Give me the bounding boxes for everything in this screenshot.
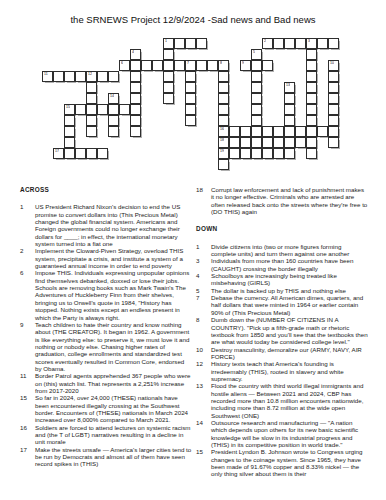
- across-clue-list-continued: 18Corrupt law enforcement and lack of pu…: [196, 186, 368, 215]
- grid-cell[interactable]: [251, 60, 262, 71]
- down-clue-list: 1Divide citizens into (two or more figur…: [196, 243, 368, 478]
- grid-cell[interactable]: [163, 82, 174, 93]
- clue-item-number: 17: [20, 446, 35, 468]
- clue-number-label: 9: [242, 61, 244, 65]
- clue-item-number: 15: [196, 448, 211, 477]
- grid-cell[interactable]: [284, 137, 295, 148]
- clue-item-number: 1: [196, 243, 211, 258]
- clue-item-text: History texts teach that America's found…: [211, 360, 368, 382]
- grid-cell[interactable]: [130, 93, 141, 104]
- grid-cell[interactable]: [306, 60, 317, 71]
- clue-item-text: Implement the Cloward-Piven Strategy, ov…: [35, 247, 192, 269]
- clue-item: 10Destroy masculinity, demoralize our (A…: [196, 346, 368, 361]
- clue-number-label: 10: [330, 61, 334, 65]
- grid-cell[interactable]: 13: [284, 82, 295, 93]
- clue-item: 4Schoolboys are increasingly being treat…: [196, 272, 368, 287]
- grid-cell[interactable]: [218, 71, 229, 82]
- clue-item-number: 7: [196, 294, 211, 316]
- grid-cell[interactable]: [262, 137, 273, 148]
- clue-item-number: 14: [196, 419, 211, 448]
- grid-cell[interactable]: [130, 82, 141, 93]
- grid-cell[interactable]: [284, 93, 295, 104]
- grid-cell[interactable]: [196, 60, 207, 71]
- grid-cell[interactable]: [75, 148, 86, 159]
- page-title: the SRNEWS Project 12/9/2024 -Sad news a…: [0, 14, 386, 25]
- grid-cell[interactable]: [317, 126, 328, 137]
- grid-cell[interactable]: [218, 159, 229, 170]
- grid-cell[interactable]: [108, 115, 119, 126]
- clue-item-text: Divide citizens into (two or more figure…: [211, 243, 368, 258]
- grid-cell[interactable]: [64, 148, 75, 159]
- grid-cell[interactable]: [262, 60, 273, 71]
- grid-cell[interactable]: [328, 137, 339, 148]
- grid-cell[interactable]: [97, 104, 108, 115]
- grid-cell[interactable]: [196, 38, 207, 49]
- grid-cell[interactable]: [306, 137, 317, 148]
- clue-item: 1Divide citizens into (two or more figur…: [196, 243, 368, 258]
- grid-cell[interactable]: 16: [218, 126, 229, 137]
- grid-cell[interactable]: [108, 126, 119, 137]
- clue-item-text: Debase the currency. All American dimes,…: [211, 294, 368, 316]
- across-clues-column: ACROSS 1US President Richard Nixon's dec…: [20, 186, 192, 468]
- grid-cell[interactable]: [317, 38, 328, 49]
- clue-item-number: 16: [20, 424, 35, 446]
- grid-cell[interactable]: [218, 115, 229, 126]
- grid-cell[interactable]: 14: [108, 93, 119, 104]
- clue-item: 1US President Richard Nixon's decision t…: [20, 203, 192, 247]
- clue-item: 17Make the streets unsafe — America's la…: [20, 446, 192, 468]
- clue-item: 5The dollar is backed up by THIS and not…: [196, 287, 368, 294]
- grid-cell[interactable]: [64, 126, 75, 137]
- clue-item-number: 6: [20, 269, 35, 320]
- grid-cell[interactable]: [163, 93, 174, 104]
- grid-cell[interactable]: [240, 137, 251, 148]
- clue-number-label: 14: [110, 94, 114, 98]
- clue-item-number: 3: [196, 257, 211, 272]
- clue-item-text: Corrupt law enforcement and lack of puni…: [211, 186, 368, 215]
- grid-cell[interactable]: 2: [262, 38, 273, 49]
- grid-cell[interactable]: 15: [64, 104, 75, 115]
- clue-item: 11Border Patrol agents apprehended 367 p…: [20, 372, 192, 394]
- grid-cell[interactable]: [328, 126, 339, 137]
- clue-number-label: 17: [55, 149, 59, 153]
- clue-item: 9Teach children to hate their country an…: [20, 321, 192, 372]
- grid-cell[interactable]: 12: [86, 71, 97, 82]
- grid-cell[interactable]: [328, 115, 339, 126]
- grid-cell[interactable]: [251, 126, 262, 137]
- grid-cell[interactable]: [306, 93, 317, 104]
- grid-cell[interactable]: [97, 71, 108, 82]
- grid-cell[interactable]: [174, 60, 185, 71]
- clue-number-label: 3: [308, 39, 310, 43]
- clue-number-label: 2: [264, 39, 266, 43]
- grid-cell[interactable]: [284, 38, 295, 49]
- grid-cell[interactable]: [273, 137, 284, 148]
- grid-cell[interactable]: [306, 71, 317, 82]
- clue-item: 6Impose THIS. Individuals expressing unp…: [20, 269, 192, 320]
- grid-cell[interactable]: [141, 60, 152, 71]
- grid-cell[interactable]: [251, 104, 262, 115]
- clue-item: 15So far in 2024, over 24,000 (THESE) na…: [20, 394, 192, 423]
- grid-cell[interactable]: [251, 82, 262, 93]
- grid-cell[interactable]: [185, 71, 196, 82]
- grid-cell[interactable]: [273, 126, 284, 137]
- grid-cell[interactable]: [163, 49, 174, 60]
- grid-cell[interactable]: [251, 93, 262, 104]
- grid-cell[interactable]: [306, 148, 317, 159]
- grid-cell[interactable]: 11: [42, 71, 53, 82]
- grid-cell[interactable]: [240, 126, 251, 137]
- grid-cell[interactable]: 3: [306, 38, 317, 49]
- grid-cell[interactable]: [86, 126, 97, 137]
- clue-item-text: Schoolboys are increasingly being treate…: [211, 272, 368, 287]
- grid-cell[interactable]: [284, 148, 295, 159]
- grid-cell[interactable]: [306, 82, 317, 93]
- clue-item-number: 1: [20, 203, 35, 247]
- clue-item: 15President Lyndon B. Johnson wrote to C…: [196, 448, 368, 477]
- grid-cell[interactable]: 5: [251, 49, 262, 60]
- crossword-grid[interactable]: 12345678910111213141516181719: [42, 38, 339, 170]
- grid-cell[interactable]: [185, 93, 196, 104]
- clue-item: 7Debase the currency. All American dimes…: [196, 294, 368, 316]
- grid-cell[interactable]: 19: [218, 148, 229, 159]
- clue-item: 2Implement the Cloward-Piven Strategy, o…: [20, 247, 192, 269]
- grid-cell[interactable]: [207, 60, 218, 71]
- clue-number-label: 1: [165, 39, 167, 43]
- clue-item-number: 9: [20, 321, 35, 372]
- clue-item: 18Corrupt law enforcement and lack of pu…: [196, 186, 368, 215]
- clue-item-text: So far in 2024, over 24,000 (THESE) nati…: [35, 394, 192, 423]
- clue-number-label: 8: [220, 61, 222, 65]
- clue-item-text: Border Patrol agents apprehended 367 peo…: [35, 372, 192, 394]
- grid-cell[interactable]: [306, 104, 317, 115]
- grid-cell[interactable]: [284, 126, 295, 137]
- clue-item-number: 4: [196, 272, 211, 287]
- grid-cell[interactable]: [218, 104, 229, 115]
- grid-cell[interactable]: [262, 148, 273, 159]
- across-header: ACROSS: [20, 186, 192, 193]
- grid-cell[interactable]: [284, 104, 295, 115]
- clue-item-text: Make the streets unsafe — America's larg…: [35, 446, 192, 468]
- grid-cell[interactable]: [163, 60, 174, 71]
- grid-cell[interactable]: [86, 148, 97, 159]
- clue-item-text: Flood the country with third world illeg…: [211, 382, 368, 419]
- grid-cell[interactable]: 6: [119, 60, 130, 71]
- grid-cell[interactable]: [251, 137, 262, 148]
- grid-cell[interactable]: [328, 104, 339, 115]
- clue-item-text: Dumb down the (NUMBER OF CITIZENS IN A C…: [211, 316, 368, 345]
- grid-cell[interactable]: [251, 71, 262, 82]
- clue-item-number: 13: [196, 382, 211, 419]
- clue-item-text: Outsource research and manufacturing — "…: [211, 419, 368, 448]
- clue-item-number: 11: [20, 372, 35, 394]
- clue-item-number: 2: [20, 247, 35, 269]
- clue-item-number: 5: [196, 287, 211, 294]
- grid-cell[interactable]: [75, 104, 86, 115]
- clue-item-number: 12: [196, 360, 211, 382]
- clue-item-text: Destroy masculinity, demoralize our (ARM…: [211, 346, 368, 361]
- clue-number-label: 18: [220, 138, 224, 142]
- grid-cell[interactable]: [328, 38, 339, 49]
- grid-cell[interactable]: 4: [130, 49, 141, 60]
- clue-number-label: 11: [44, 72, 48, 76]
- grid-cell[interactable]: [86, 115, 97, 126]
- clue-item-number: 15: [20, 394, 35, 423]
- clue-item-number: 18: [196, 186, 211, 215]
- clue-item-text: The dollar is backed up by THIS and noth…: [211, 287, 368, 294]
- grid-cell[interactable]: [64, 71, 75, 82]
- grid-cell[interactable]: [185, 115, 196, 126]
- grid-cell[interactable]: [240, 148, 251, 159]
- grid-cell[interactable]: [218, 93, 229, 104]
- grid-cell[interactable]: [130, 71, 141, 82]
- clue-item-text: Impose THIS. Individuals expressing unpo…: [35, 269, 192, 320]
- grid-cell[interactable]: [53, 71, 64, 82]
- clue-item: 16Soldiers are forced to attend lectures…: [20, 424, 192, 446]
- grid-cell[interactable]: [86, 104, 97, 115]
- grid-cell[interactable]: [64, 115, 75, 126]
- grid-cell[interactable]: [284, 115, 295, 126]
- grid-cell[interactable]: [152, 60, 163, 71]
- clue-number-label: 13: [286, 83, 290, 87]
- down-clues-column: 18Corrupt law enforcement and lack of pu…: [196, 186, 368, 478]
- grid-cell[interactable]: [328, 82, 339, 93]
- clue-item: 3Individuals from more than 160 countrie…: [196, 257, 368, 272]
- across-clue-list: 1US President Richard Nixon's decision t…: [20, 203, 192, 467]
- grid-cell[interactable]: 7: [185, 60, 196, 71]
- grid-cell[interactable]: 10: [328, 60, 339, 71]
- clue-number-label: 15: [66, 105, 70, 109]
- grid-cell[interactable]: [295, 126, 306, 137]
- grid-cell[interactable]: [295, 38, 306, 49]
- clue-number-label: 6: [121, 61, 123, 65]
- grid-cell[interactable]: [306, 115, 317, 126]
- clue-number-label: 4: [132, 50, 134, 54]
- clue-item-text: Soldiers are forced to attend lectures o…: [35, 424, 192, 446]
- grid-cell[interactable]: [295, 137, 306, 148]
- grid-cell[interactable]: [185, 38, 196, 49]
- grid-cell[interactable]: [328, 93, 339, 104]
- clue-item-text: President Lyndon B. Johnson wrote to Con…: [211, 448, 368, 477]
- grid-cell[interactable]: [273, 148, 284, 159]
- grid-cell[interactable]: [229, 126, 240, 137]
- grid-cell[interactable]: [97, 148, 108, 159]
- grid-cell[interactable]: [86, 82, 97, 93]
- grid-cell[interactable]: [328, 71, 339, 82]
- grid-cell[interactable]: [86, 93, 97, 104]
- clue-item-text: Individuals from more than 160 countries…: [211, 257, 368, 272]
- grid-cell[interactable]: [130, 115, 141, 126]
- grid-cell[interactable]: [130, 126, 141, 137]
- down-header: DOWN: [196, 225, 368, 232]
- clue-item: 14Outsource research and manufacturing —…: [196, 419, 368, 448]
- grid-cell[interactable]: [174, 38, 185, 49]
- grid-cell[interactable]: 8: [218, 60, 229, 71]
- clue-item: 13Flood the country with third world ill…: [196, 382, 368, 419]
- grid-cell[interactable]: 18: [218, 137, 229, 148]
- grid-cell[interactable]: [229, 148, 240, 159]
- grid-cell[interactable]: [185, 82, 196, 93]
- clue-item-number: 8: [196, 316, 211, 345]
- grid-cell[interactable]: 9: [240, 60, 251, 71]
- grid-cell[interactable]: [119, 104, 130, 115]
- grid-cell[interactable]: [130, 60, 141, 71]
- grid-cell[interactable]: [251, 148, 262, 159]
- grid-cell[interactable]: [108, 104, 119, 115]
- clue-item: 12History texts teach that America's fou…: [196, 360, 368, 382]
- grid-cell[interactable]: [262, 126, 273, 137]
- clue-number-label: 7: [187, 61, 189, 65]
- grid-cell[interactable]: [64, 137, 75, 148]
- crossword-grid-container: 12345678910111213141516181719: [42, 38, 339, 170]
- clue-number-label: 16: [220, 127, 224, 131]
- grid-cell[interactable]: 17: [53, 148, 64, 159]
- grid-cell[interactable]: [273, 38, 284, 49]
- clue-item-text: US President Richard Nixon's decision to…: [35, 203, 192, 247]
- grid-cell[interactable]: [218, 82, 229, 93]
- clue-item: 8Dumb down the (NUMBER OF CITIZENS IN A …: [196, 316, 368, 345]
- clue-number-label: 12: [88, 72, 92, 76]
- clue-item-number: 10: [196, 346, 211, 361]
- grid-cell[interactable]: [108, 71, 119, 82]
- grid-cell[interactable]: [306, 126, 317, 137]
- grid-cell[interactable]: [251, 115, 262, 126]
- grid-cell[interactable]: [185, 104, 196, 115]
- grid-cell[interactable]: [306, 49, 317, 60]
- clue-item-text: Teach children to hate their country and…: [35, 321, 192, 372]
- clue-number-label: 5: [253, 50, 255, 54]
- grid-cell[interactable]: [229, 137, 240, 148]
- grid-cell[interactable]: [130, 104, 141, 115]
- clue-number-label: 19: [220, 149, 224, 153]
- grid-cell[interactable]: 1: [163, 38, 174, 49]
- grid-cell[interactable]: [75, 71, 86, 82]
- grid-cell[interactable]: [163, 71, 174, 82]
